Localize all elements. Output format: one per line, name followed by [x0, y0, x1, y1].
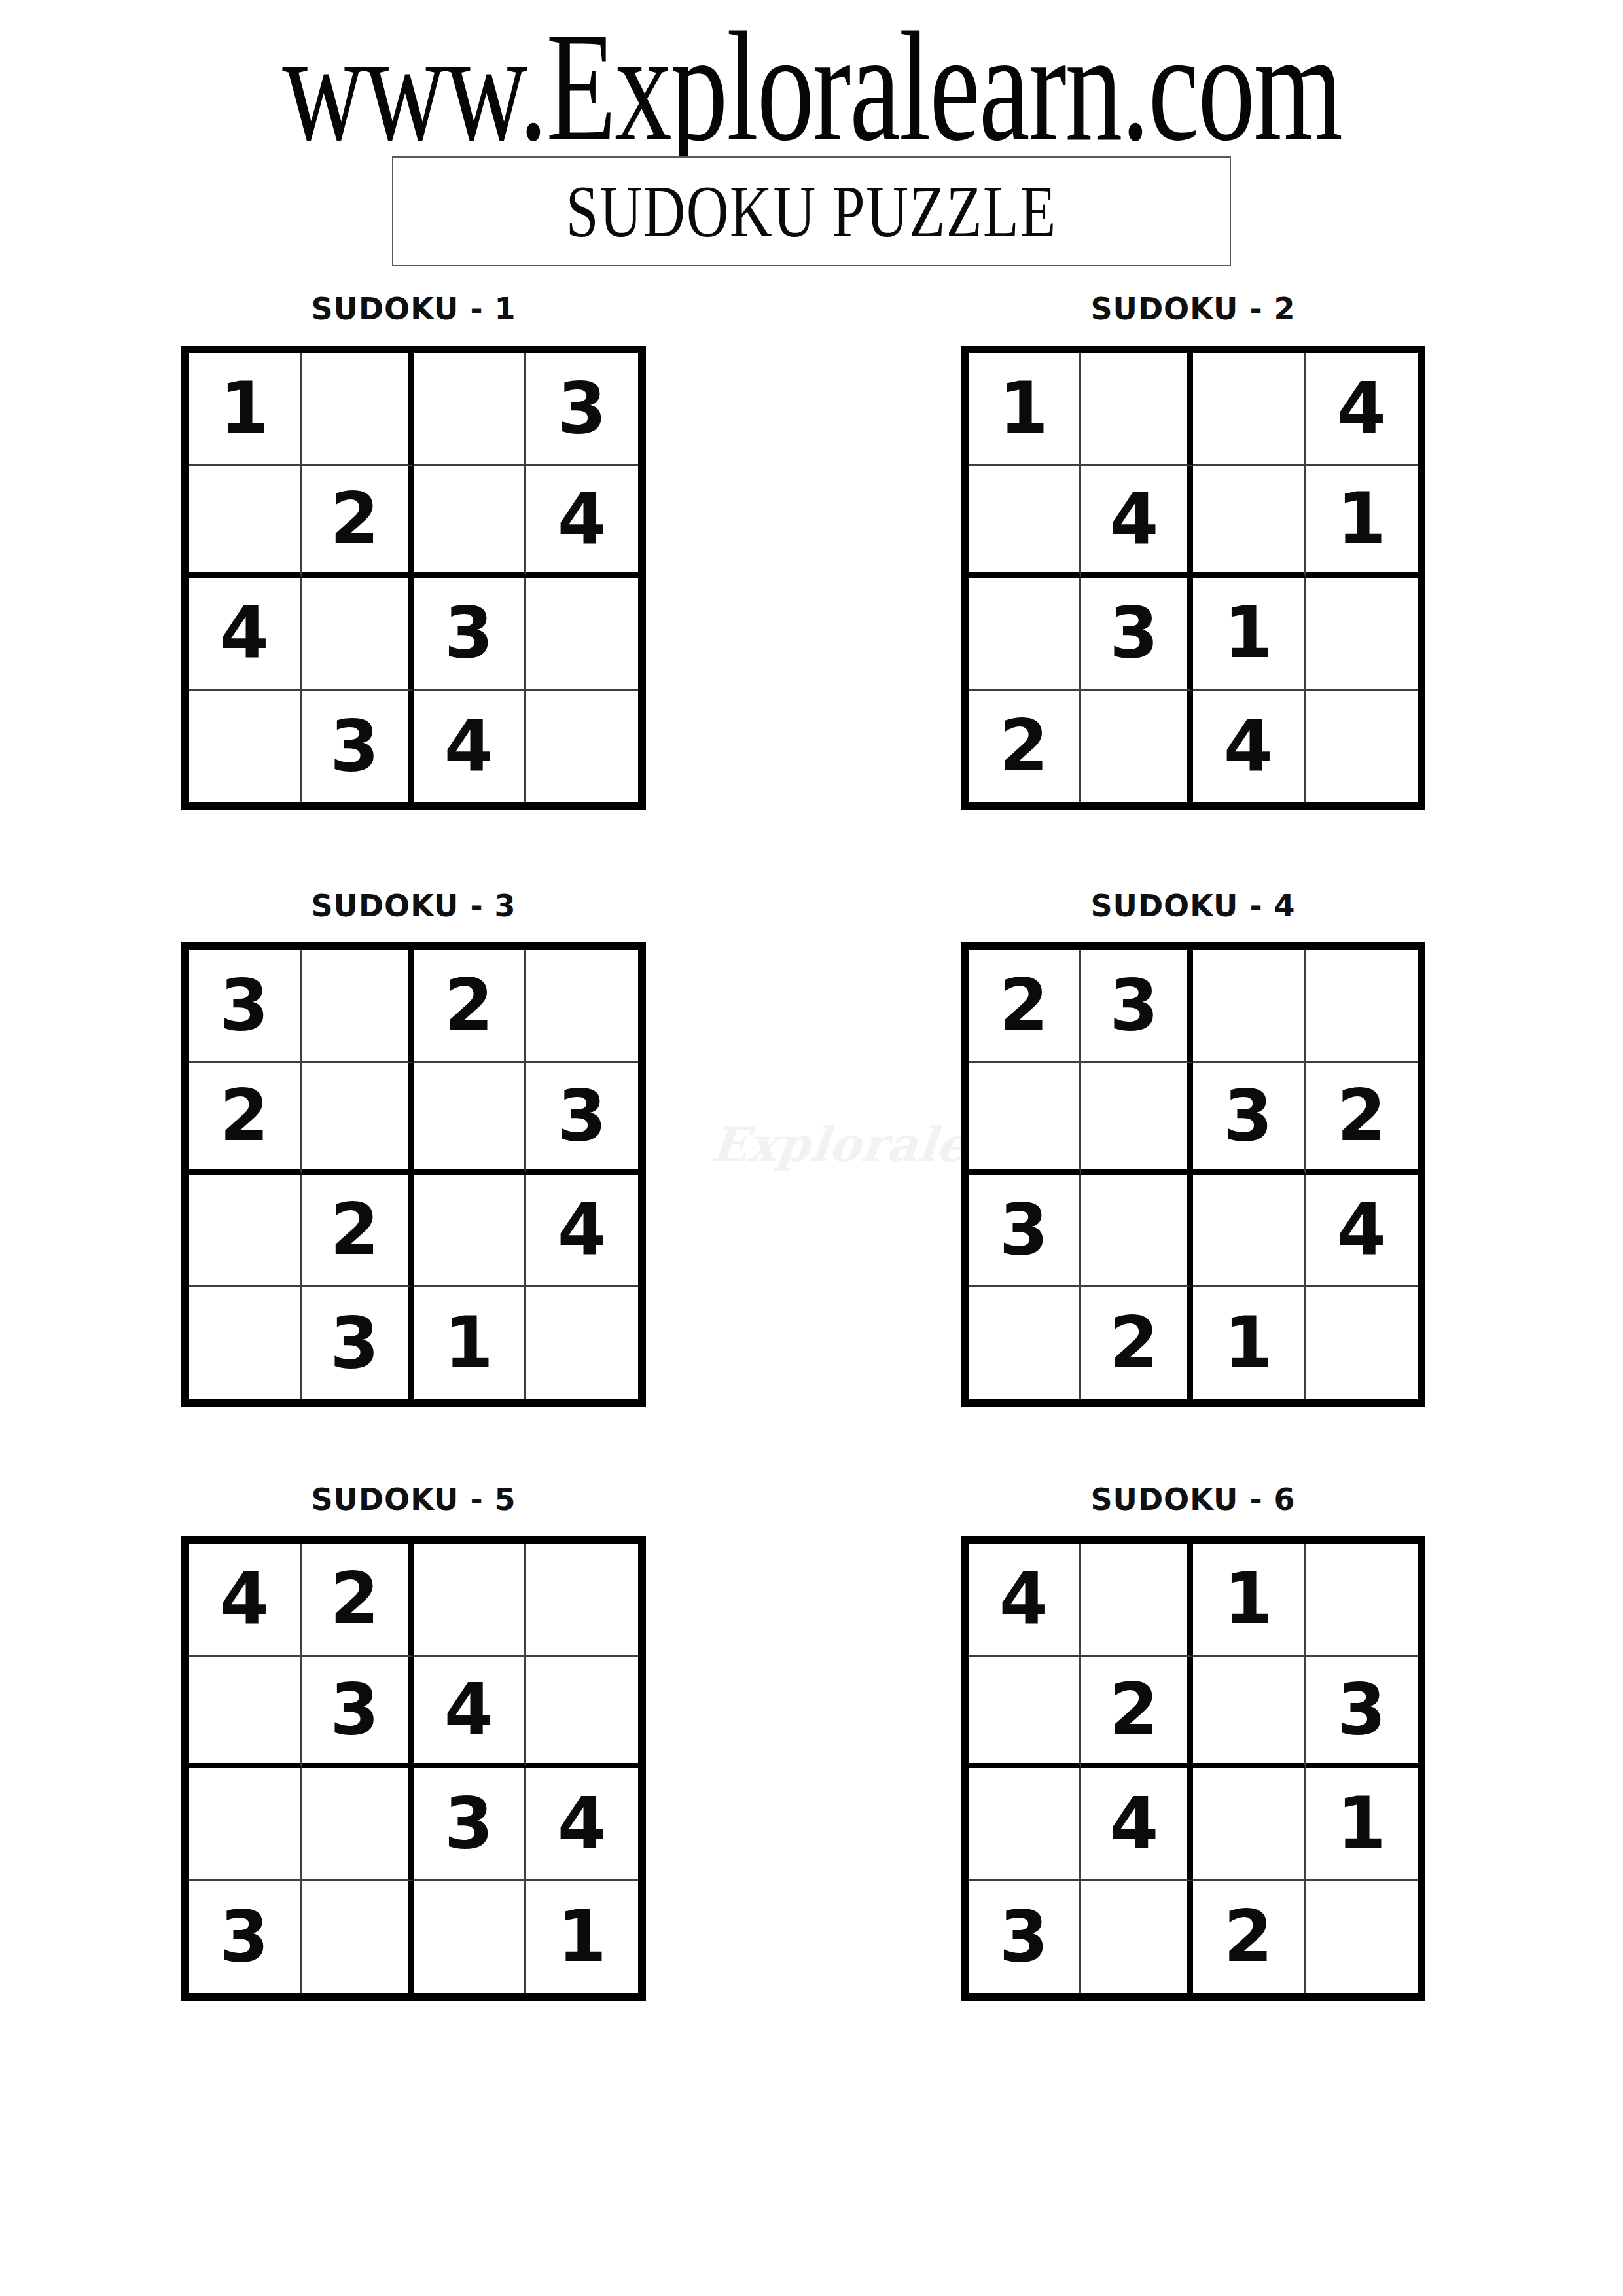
cell-given[interactable]: 1 [414, 1287, 526, 1400]
cell-empty[interactable] [1306, 950, 1418, 1063]
cell-empty[interactable] [189, 1657, 302, 1769]
cell-number: 3 [444, 598, 493, 668]
cell-number: 3 [558, 373, 607, 444]
cell-empty[interactable] [969, 466, 1081, 579]
cell-number: 4 [444, 1674, 493, 1745]
cell-empty[interactable] [1193, 1768, 1306, 1881]
cell-empty[interactable] [302, 1881, 414, 1994]
puzzle-2: SUDOKU - 2 14413124 [961, 288, 1425, 810]
cell-number: 4 [1109, 484, 1158, 554]
cell-empty[interactable] [1306, 578, 1418, 691]
cell-given[interactable]: 3 [526, 1063, 639, 1175]
cell-given[interactable]: 4 [189, 578, 302, 691]
cell-empty[interactable] [302, 353, 414, 466]
cell-given[interactable]: 2 [1081, 1287, 1194, 1400]
cell-number: 3 [999, 1901, 1048, 1972]
cell-given[interactable]: 3 [302, 691, 414, 803]
cell-given[interactable]: 1 [1306, 466, 1418, 579]
sudoku-grid-1: 13244334 [181, 346, 646, 810]
cell-number: 2 [1109, 1674, 1158, 1745]
cell-given[interactable]: 4 [414, 691, 526, 803]
puzzle-6-title: SUDOKU - 6 [961, 1479, 1425, 1520]
cell-given[interactable]: 2 [189, 1063, 302, 1175]
cell-number: 2 [999, 970, 1048, 1041]
cell-number: 1 [1224, 1308, 1273, 1378]
cell-number: 3 [220, 970, 269, 1041]
page-title-box: SUDOKU PUZZLE [392, 156, 1231, 266]
cell-given[interactable]: 3 [189, 950, 302, 1063]
page-title: SUDOKU PUZZLE [566, 170, 1057, 254]
cell-given[interactable]: 1 [1193, 578, 1306, 691]
cell-given[interactable]: 3 [969, 1175, 1081, 1287]
sudoku-grid-3: 32232431 [181, 942, 646, 1407]
cell-empty[interactable] [1193, 950, 1306, 1063]
cell-given[interactable]: 1 [526, 1881, 639, 1994]
cell-empty[interactable] [969, 578, 1081, 691]
cell-number: 2 [1109, 1308, 1158, 1378]
cell-number: 3 [1337, 1674, 1386, 1745]
cell-given[interactable]: 4 [969, 1544, 1081, 1657]
cell-number: 1 [1224, 598, 1273, 668]
sudoku-grid-6: 41234132 [961, 1536, 1425, 2001]
cell-number: 4 [558, 1788, 607, 1859]
cell-number: 4 [220, 1564, 269, 1634]
cell-empty[interactable] [1193, 466, 1306, 579]
cell-number: 2 [1337, 1081, 1386, 1151]
cell-given[interactable]: 1 [1193, 1287, 1306, 1400]
cell-empty[interactable] [302, 1768, 414, 1881]
cell-empty[interactable] [526, 691, 639, 803]
cell-given[interactable]: 4 [1306, 1175, 1418, 1287]
cell-given[interactable]: 2 [1081, 1657, 1194, 1769]
puzzle-1: SUDOKU - 1 13244334 [181, 288, 646, 810]
cell-number: 2 [330, 484, 379, 554]
cell-given[interactable]: 4 [526, 466, 639, 579]
cell-empty[interactable] [526, 1287, 639, 1400]
cell-number: 3 [558, 1081, 607, 1151]
cell-empty[interactable] [969, 1657, 1081, 1769]
cell-given[interactable]: 3 [1193, 1063, 1306, 1175]
cell-empty[interactable] [414, 466, 526, 579]
cell-number: 3 [1224, 1081, 1273, 1151]
cell-number: 3 [444, 1788, 493, 1859]
cell-given[interactable]: 2 [414, 950, 526, 1063]
cell-number: 3 [330, 1674, 379, 1745]
cell-empty[interactable] [526, 1657, 639, 1769]
puzzle-3-title: SUDOKU - 3 [181, 885, 646, 927]
cell-empty[interactable] [414, 1175, 526, 1287]
cell-number: 4 [1337, 373, 1386, 444]
cell-empty[interactable] [1306, 691, 1418, 803]
cell-number: 2 [999, 711, 1048, 781]
cell-empty[interactable] [969, 1287, 1081, 1400]
cell-empty[interactable] [969, 1063, 1081, 1175]
worksheet-page: www.Exploralearn.com SUDOKU PUZZLE Explo… [0, 0, 1623, 2296]
sudoku-grid-5: 42343431 [181, 1536, 646, 2001]
cell-given[interactable]: 4 [1081, 466, 1194, 579]
cell-empty[interactable] [1081, 1175, 1194, 1287]
sudoku-grid-4: 23323421 [961, 942, 1425, 1407]
cell-empty[interactable] [414, 1544, 526, 1657]
cell-number: 3 [1109, 598, 1158, 668]
cell-empty[interactable] [526, 950, 639, 1063]
cell-number: 4 [444, 711, 493, 781]
cell-number: 2 [444, 970, 493, 1041]
cell-number: 1 [1224, 1564, 1273, 1634]
cell-given[interactable]: 3 [1081, 578, 1194, 691]
cell-given[interactable]: 3 [302, 1287, 414, 1400]
cell-empty[interactable] [1306, 1881, 1418, 1994]
cell-empty[interactable] [1081, 1063, 1194, 1175]
cell-number: 2 [330, 1564, 379, 1634]
cell-empty[interactable] [414, 353, 526, 466]
cell-given[interactable]: 4 [1306, 353, 1418, 466]
cell-number: 1 [444, 1308, 493, 1378]
cell-empty[interactable] [414, 1063, 526, 1175]
puzzle-5: SUDOKU - 5 42343431 [181, 1479, 646, 2001]
cell-given[interactable]: 2 [302, 1175, 414, 1287]
cell-given[interactable]: 3 [414, 578, 526, 691]
cell-given[interactable]: 3 [526, 353, 639, 466]
cell-number: 1 [1337, 1788, 1386, 1859]
sudoku-grid-2: 14413124 [961, 346, 1425, 810]
cell-empty[interactable] [414, 1881, 526, 1994]
cell-given[interactable]: 2 [969, 950, 1081, 1063]
cell-empty[interactable] [1193, 1657, 1306, 1769]
cell-number: 4 [1224, 711, 1273, 781]
puzzle-4-title: SUDOKU - 4 [961, 885, 1425, 927]
cell-empty[interactable] [1306, 1287, 1418, 1400]
cell-given[interactable]: 1 [969, 353, 1081, 466]
cell-number: 2 [1224, 1901, 1273, 1972]
cell-given[interactable]: 3 [302, 1657, 414, 1769]
cell-number: 3 [1109, 970, 1158, 1041]
cell-given[interactable]: 2 [969, 691, 1081, 803]
cell-number: 2 [220, 1081, 269, 1151]
cell-given[interactable]: 1 [1306, 1768, 1418, 1881]
cell-given[interactable]: 4 [526, 1175, 639, 1287]
cell-number: 4 [999, 1564, 1048, 1634]
cell-empty[interactable] [1306, 1544, 1418, 1657]
cell-given[interactable]: 2 [302, 466, 414, 579]
cell-given[interactable]: 3 [189, 1881, 302, 1994]
cell-empty[interactable] [1193, 1175, 1306, 1287]
cell-given[interactable]: 3 [1306, 1657, 1418, 1769]
cell-given[interactable]: 4 [1081, 1768, 1194, 1881]
puzzle-5-title: SUDOKU - 5 [181, 1479, 646, 1520]
cell-empty[interactable] [1081, 1881, 1194, 1994]
cell-given[interactable]: 2 [1306, 1063, 1418, 1175]
cell-number: 1 [558, 1901, 607, 1972]
cell-number: 1 [220, 373, 269, 444]
cell-given[interactable]: 4 [526, 1768, 639, 1881]
cell-number: 4 [220, 598, 269, 668]
cell-number: 4 [1109, 1788, 1158, 1859]
puzzle-2-title: SUDOKU - 2 [961, 288, 1425, 330]
cell-empty[interactable] [1081, 691, 1194, 803]
cell-given[interactable]: 4 [414, 1657, 526, 1769]
cell-number: 1 [999, 373, 1048, 444]
cell-given[interactable]: 2 [302, 1544, 414, 1657]
watermark: Exploralearn [709, 1117, 905, 1172]
cell-empty[interactable] [526, 1544, 639, 1657]
cell-number: 4 [558, 1194, 607, 1265]
puzzle-4: SUDOKU - 4 23323421 [961, 885, 1425, 1407]
cell-given[interactable]: 1 [1193, 1544, 1306, 1657]
cell-number: 4 [1337, 1194, 1386, 1265]
cell-empty[interactable] [189, 691, 302, 803]
cell-number: 3 [220, 1901, 269, 1972]
cell-empty[interactable] [1193, 353, 1306, 466]
puzzle-3: SUDOKU - 3 32232431 [181, 885, 646, 1407]
cell-empty[interactable] [1081, 353, 1194, 466]
site-title: www.Exploralearn.com [0, 4, 1623, 169]
cell-given[interactable]: 4 [189, 1544, 302, 1657]
cell-empty[interactable] [189, 1175, 302, 1287]
cell-empty[interactable] [1081, 1544, 1194, 1657]
site-title-text: www.Exploralearn.com [282, 4, 1341, 169]
cell-given[interactable]: 3 [1081, 950, 1194, 1063]
cell-given[interactable]: 2 [1193, 1881, 1306, 1994]
cell-given[interactable]: 3 [414, 1768, 526, 1881]
cell-given[interactable]: 3 [969, 1881, 1081, 1994]
cell-empty[interactable] [189, 1768, 302, 1881]
cell-given[interactable]: 1 [189, 353, 302, 466]
cell-number: 2 [330, 1194, 379, 1265]
cell-empty[interactable] [302, 1063, 414, 1175]
puzzle-6: SUDOKU - 6 41234132 [961, 1479, 1425, 2001]
cell-number: 1 [1337, 484, 1386, 554]
cell-number: 3 [999, 1194, 1048, 1265]
cell-empty[interactable] [969, 1768, 1081, 1881]
cell-number: 4 [558, 484, 607, 554]
cell-empty[interactable] [189, 466, 302, 579]
cell-empty[interactable] [302, 578, 414, 691]
cell-given[interactable]: 4 [1193, 691, 1306, 803]
cell-empty[interactable] [189, 1287, 302, 1400]
cell-number: 3 [330, 711, 379, 781]
cell-empty[interactable] [302, 950, 414, 1063]
cell-number: 3 [330, 1308, 379, 1378]
cell-empty[interactable] [526, 578, 639, 691]
puzzle-1-title: SUDOKU - 1 [181, 288, 646, 330]
